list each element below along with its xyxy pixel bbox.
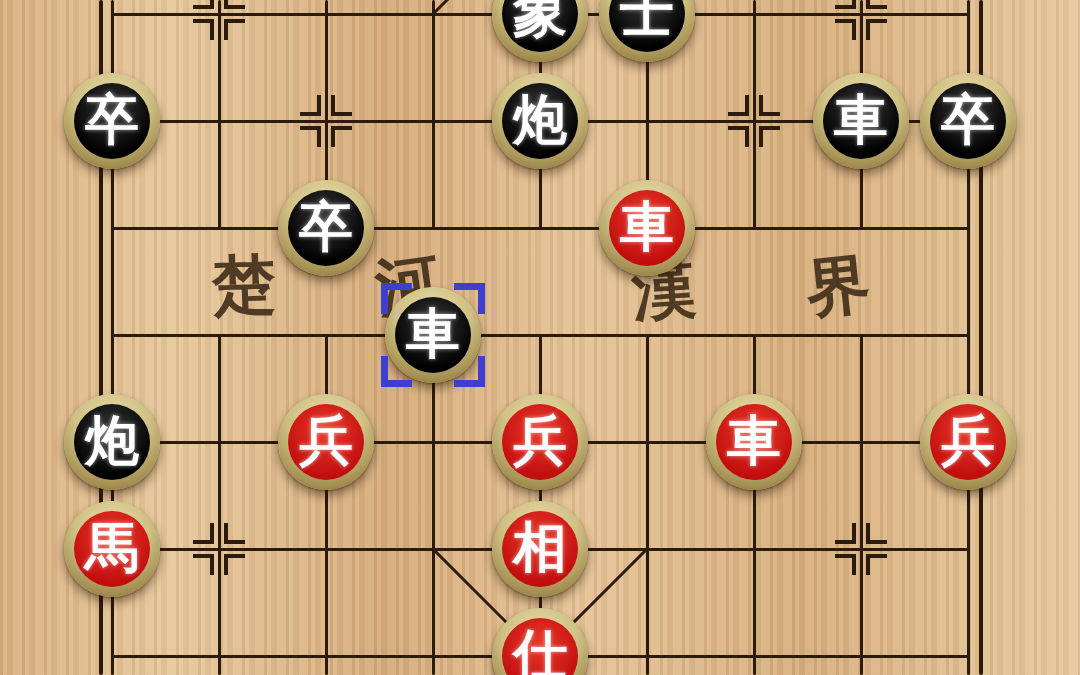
piece-black-cannon-a6[interactable]: 炮 bbox=[64, 394, 160, 490]
piece-glyph: 兵 bbox=[288, 404, 364, 480]
piece-glyph: 兵 bbox=[502, 404, 578, 480]
piece-glyph: 卒 bbox=[288, 190, 364, 266]
piece-glyph: 車 bbox=[395, 297, 471, 373]
piece-glyph: 炮 bbox=[74, 404, 150, 480]
mark-corner bbox=[759, 126, 780, 147]
mark-corner bbox=[193, 554, 214, 575]
position-star-mark bbox=[726, 93, 782, 149]
piece-black-cannon-e3[interactable]: 炮 bbox=[492, 73, 588, 169]
mark-corner bbox=[224, 554, 245, 575]
piece-red-chariot-g6[interactable]: 車 bbox=[706, 394, 802, 490]
piece-black-soldier-c4[interactable]: 卒 bbox=[278, 180, 374, 276]
piece-glyph: 車 bbox=[716, 404, 792, 480]
piece-red-soldier-e6[interactable]: 兵 bbox=[492, 394, 588, 490]
mark-corner bbox=[835, 523, 856, 544]
position-star-mark bbox=[191, 521, 247, 577]
position-star-mark bbox=[833, 0, 889, 42]
mark-corner bbox=[224, 19, 245, 40]
river-text-char: 界 bbox=[803, 251, 873, 321]
piece-glyph: 兵 bbox=[930, 404, 1006, 480]
mark-corner bbox=[300, 126, 321, 147]
piece-glyph: 馬 bbox=[74, 511, 150, 587]
mark-corner bbox=[193, 0, 214, 9]
mark-corner bbox=[866, 0, 887, 9]
piece-glyph: 象 bbox=[502, 0, 578, 52]
piece-glyph: 士 bbox=[609, 0, 685, 52]
piece-glyph: 相 bbox=[502, 511, 578, 587]
piece-glyph: 卒 bbox=[74, 83, 150, 159]
piece-red-soldier-c6[interactable]: 兵 bbox=[278, 394, 374, 490]
piece-glyph: 炮 bbox=[502, 83, 578, 159]
piece-black-soldier-i3[interactable]: 卒 bbox=[920, 73, 1016, 169]
piece-red-horse-a7[interactable]: 馬 bbox=[64, 501, 160, 597]
mark-corner bbox=[224, 523, 245, 544]
mark-corner bbox=[866, 523, 887, 544]
piece-red-elephant-e7[interactable]: 相 bbox=[492, 501, 588, 597]
piece-black-soldier-a3[interactable]: 卒 bbox=[64, 73, 160, 169]
mark-corner bbox=[866, 19, 887, 40]
mark-corner bbox=[866, 554, 887, 575]
mark-corner bbox=[224, 0, 245, 9]
position-star-mark bbox=[833, 521, 889, 577]
piece-red-chariot-f4[interactable]: 車 bbox=[599, 180, 695, 276]
mark-corner bbox=[835, 554, 856, 575]
mark-corner bbox=[331, 95, 352, 116]
mark-corner bbox=[759, 95, 780, 116]
mark-corner bbox=[331, 126, 352, 147]
mark-corner bbox=[835, 0, 856, 9]
position-star-mark bbox=[191, 0, 247, 42]
mark-corner bbox=[300, 95, 321, 116]
mark-corner bbox=[728, 95, 749, 116]
piece-red-soldier-i6[interactable]: 兵 bbox=[920, 394, 1016, 490]
mark-corner bbox=[193, 19, 214, 40]
piece-glyph: 車 bbox=[609, 190, 685, 266]
mark-corner bbox=[728, 126, 749, 147]
position-star-mark bbox=[298, 93, 354, 149]
piece-glyph: 車 bbox=[823, 83, 899, 159]
piece-glyph: 卒 bbox=[930, 83, 1006, 159]
mark-corner bbox=[193, 523, 214, 544]
piece-black-chariot-d5[interactable]: 車 bbox=[385, 287, 481, 383]
piece-glyph: 仕 bbox=[502, 618, 578, 675]
mark-corner bbox=[835, 19, 856, 40]
piece-black-chariot-h3[interactable]: 車 bbox=[813, 73, 909, 169]
xiangqi-board[interactable]: 楚河漢界象士卒炮車卒卒車車炮兵兵車兵馬相仕 bbox=[0, 0, 1080, 675]
river-text-char: 楚 bbox=[211, 252, 277, 318]
